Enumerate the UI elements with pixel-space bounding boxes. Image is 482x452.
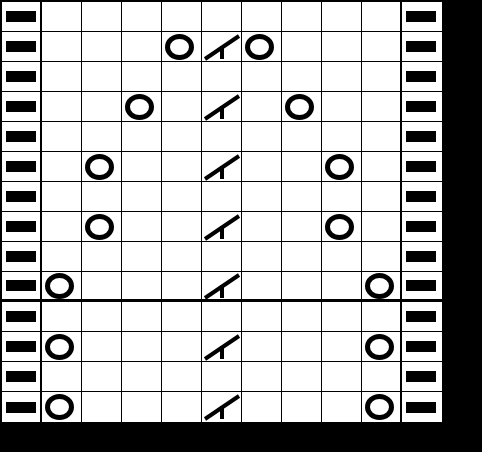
yarn-over-symbol — [85, 214, 114, 240]
chart-cell-r10c4 — [122, 272, 162, 302]
bar-symbol — [6, 101, 36, 112]
double-decrease-symbol — [203, 272, 241, 300]
bar-symbol — [406, 251, 436, 262]
yarn-over-symbol — [45, 394, 74, 420]
yarn-over-symbol — [165, 34, 194, 60]
chart-cell-r3c9 — [322, 62, 362, 92]
chart-cell-r11c3 — [82, 302, 122, 332]
chart-cell-r12c1 — [2, 332, 42, 362]
chart-cell-r2c3 — [82, 32, 122, 62]
bar-symbol — [6, 11, 36, 22]
chart-cell-r14c8 — [282, 392, 322, 422]
chart-cell-r11c11 — [402, 302, 442, 332]
chart-cell-r14c11 — [402, 392, 442, 422]
chart-cell-r10c10 — [362, 272, 402, 302]
chart-cell-r7c5 — [162, 182, 202, 212]
chart-cell-r8c11 — [402, 212, 442, 242]
chart-cell-r5c4 — [122, 122, 162, 152]
chart-cell-r11c9 — [322, 302, 362, 332]
chart-cell-r14c5 — [162, 392, 202, 422]
double-decrease-symbol — [203, 213, 241, 241]
chart-cell-r8c7 — [242, 212, 282, 242]
chart-cell-r11c5 — [162, 302, 202, 332]
chart-cell-r9c11 — [402, 242, 442, 272]
chart-cell-r2c5 — [162, 32, 202, 62]
chart-grid — [0, 0, 444, 424]
chart-cell-r9c10 — [362, 242, 402, 272]
double-decrease-symbol — [203, 33, 241, 61]
chart-cell-r2c9 — [322, 32, 362, 62]
chart-cell-r8c10 — [362, 212, 402, 242]
chart-cell-r3c11 — [402, 62, 442, 92]
yarn-over-symbol — [285, 94, 314, 120]
yarn-over-symbol — [85, 154, 114, 180]
chart-cell-r2c1 — [2, 32, 42, 62]
chart-cell-r4c2 — [42, 92, 82, 122]
chart-cell-r5c3 — [82, 122, 122, 152]
bar-symbol — [406, 131, 436, 142]
bar-symbol — [406, 101, 436, 112]
bar-symbol — [406, 41, 436, 52]
chart-cell-r7c3 — [82, 182, 122, 212]
chart-cell-r13c6 — [202, 362, 242, 392]
bar-symbol — [6, 341, 36, 352]
chart-cell-r10c8 — [282, 272, 322, 302]
bar-symbol — [6, 221, 36, 232]
chart-cell-r9c4 — [122, 242, 162, 272]
chart-cell-r5c11 — [402, 122, 442, 152]
chart-cell-r8c3 — [82, 212, 122, 242]
chart-cell-r13c1 — [2, 362, 42, 392]
chart-cell-r7c7 — [242, 182, 282, 212]
chart-cell-r11c1 — [2, 302, 42, 332]
knitting-chart-canvas — [0, 0, 482, 452]
chart-cell-r10c11 — [402, 272, 442, 302]
chart-cell-r7c6 — [202, 182, 242, 212]
chart-cell-r10c1 — [2, 272, 42, 302]
double-decrease-symbol — [203, 333, 241, 361]
chart-cell-r2c4 — [122, 32, 162, 62]
chart-cell-r7c9 — [322, 182, 362, 212]
chart-cell-r7c1 — [2, 182, 42, 212]
chart-cell-r11c2 — [42, 302, 82, 332]
chart-cell-r9c3 — [82, 242, 122, 272]
chart-cell-r5c8 — [282, 122, 322, 152]
bar-symbol — [6, 280, 36, 291]
chart-cell-r13c9 — [322, 362, 362, 392]
double-decrease-symbol — [203, 393, 241, 421]
chart-cell-r13c8 — [282, 362, 322, 392]
chart-cell-r11c6 — [202, 302, 242, 332]
chart-cell-r10c5 — [162, 272, 202, 302]
chart-cell-r2c7 — [242, 32, 282, 62]
chart-cell-r13c4 — [122, 362, 162, 392]
chart-cell-r14c4 — [122, 392, 162, 422]
chart-cell-r4c1 — [2, 92, 42, 122]
bar-symbol — [6, 131, 36, 142]
chart-cell-r6c3 — [82, 152, 122, 182]
bar-symbol — [6, 371, 36, 382]
chart-cell-r14c6 — [202, 392, 242, 422]
chart-cell-r12c4 — [122, 332, 162, 362]
chart-cell-r7c10 — [362, 182, 402, 212]
chart-cell-r1c8 — [282, 2, 322, 32]
chart-cell-r2c10 — [362, 32, 402, 62]
chart-cell-r3c6 — [202, 62, 242, 92]
double-decrease-symbol — [203, 153, 241, 181]
chart-cell-r4c6 — [202, 92, 242, 122]
bar-symbol — [406, 191, 436, 202]
chart-cell-r6c7 — [242, 152, 282, 182]
bar-symbol — [406, 311, 436, 322]
chart-cell-r9c5 — [162, 242, 202, 272]
chart-cell-r8c8 — [282, 212, 322, 242]
chart-cell-r5c10 — [362, 122, 402, 152]
chart-cell-r4c5 — [162, 92, 202, 122]
chart-cell-r9c8 — [282, 242, 322, 272]
chart-cell-r5c6 — [202, 122, 242, 152]
chart-cell-r6c4 — [122, 152, 162, 182]
chart-cell-r5c5 — [162, 122, 202, 152]
chart-cell-r4c8 — [282, 92, 322, 122]
chart-cell-r7c8 — [282, 182, 322, 212]
chart-cell-r13c2 — [42, 362, 82, 392]
chart-cell-r9c1 — [2, 242, 42, 272]
yarn-over-symbol — [45, 273, 74, 299]
chart-cell-r3c10 — [362, 62, 402, 92]
chart-cell-r11c10 — [362, 302, 402, 332]
chart-cell-r14c3 — [82, 392, 122, 422]
bar-symbol — [406, 280, 436, 291]
chart-cell-r10c2 — [42, 272, 82, 302]
chart-cell-r4c10 — [362, 92, 402, 122]
yarn-over-symbol — [365, 273, 394, 299]
chart-cell-r2c2 — [42, 32, 82, 62]
yarn-over-symbol — [45, 334, 74, 360]
chart-cell-r9c6 — [202, 242, 242, 272]
chart-cell-r8c2 — [42, 212, 82, 242]
chart-cell-r12c3 — [82, 332, 122, 362]
chart-cell-r10c9 — [322, 272, 362, 302]
chart-cell-r8c6 — [202, 212, 242, 242]
chart-cell-r6c9 — [322, 152, 362, 182]
chart-cell-r4c4 — [122, 92, 162, 122]
bar-symbol — [406, 221, 436, 232]
chart-cell-r14c9 — [322, 392, 362, 422]
bar-symbol — [6, 41, 36, 52]
chart-cell-r3c4 — [122, 62, 162, 92]
chart-cell-r8c1 — [2, 212, 42, 242]
chart-cell-r12c5 — [162, 332, 202, 362]
yarn-over-symbol — [245, 34, 274, 60]
yarn-over-symbol — [125, 94, 154, 120]
chart-cell-r4c7 — [242, 92, 282, 122]
chart-cell-r1c5 — [162, 2, 202, 32]
bar-symbol — [6, 71, 36, 82]
chart-cell-r2c6 — [202, 32, 242, 62]
bar-symbol — [406, 371, 436, 382]
bar-symbol — [406, 341, 436, 352]
chart-cell-r1c6 — [202, 2, 242, 32]
chart-cell-r12c7 — [242, 332, 282, 362]
chart-cell-r7c11 — [402, 182, 442, 212]
chart-cell-r13c11 — [402, 362, 442, 392]
chart-cell-r4c9 — [322, 92, 362, 122]
yarn-over-symbol — [365, 334, 394, 360]
chart-cell-r5c9 — [322, 122, 362, 152]
chart-cell-r9c9 — [322, 242, 362, 272]
bar-symbol — [406, 402, 436, 413]
chart-cell-r12c2 — [42, 332, 82, 362]
chart-cell-r7c2 — [42, 182, 82, 212]
chart-cell-r8c4 — [122, 212, 162, 242]
chart-cell-r12c11 — [402, 332, 442, 362]
chart-cell-r11c4 — [122, 302, 162, 332]
chart-cell-r6c11 — [402, 152, 442, 182]
yarn-over-symbol — [325, 154, 354, 180]
chart-cell-r12c9 — [322, 332, 362, 362]
chart-cell-r1c7 — [242, 2, 282, 32]
chart-cell-r13c5 — [162, 362, 202, 392]
chart-cell-r1c1 — [2, 2, 42, 32]
chart-cell-r3c7 — [242, 62, 282, 92]
chart-cell-r5c2 — [42, 122, 82, 152]
chart-cell-r8c9 — [322, 212, 362, 242]
chart-cell-r1c10 — [362, 2, 402, 32]
bar-symbol — [406, 11, 436, 22]
double-decrease-symbol — [203, 93, 241, 121]
chart-cell-r13c10 — [362, 362, 402, 392]
chart-cell-r3c2 — [42, 62, 82, 92]
chart-cell-r13c7 — [242, 362, 282, 392]
chart-cell-r6c1 — [2, 152, 42, 182]
chart-cell-r6c10 — [362, 152, 402, 182]
chart-cell-r3c5 — [162, 62, 202, 92]
chart-cell-r14c2 — [42, 392, 82, 422]
chart-cell-r12c6 — [202, 332, 242, 362]
bar-symbol — [6, 402, 36, 413]
chart-cell-r8c5 — [162, 212, 202, 242]
bar-symbol — [6, 251, 36, 262]
chart-cell-r4c11 — [402, 92, 442, 122]
bar-symbol — [406, 71, 436, 82]
chart-cell-r5c1 — [2, 122, 42, 152]
chart-cell-r10c6 — [202, 272, 242, 302]
chart-cell-r3c1 — [2, 62, 42, 92]
chart-cell-r6c2 — [42, 152, 82, 182]
chart-cell-r1c9 — [322, 2, 362, 32]
chart-cell-r10c7 — [242, 272, 282, 302]
chart-cell-r10c3 — [82, 272, 122, 302]
yarn-over-symbol — [325, 214, 354, 240]
chart-cell-r6c8 — [282, 152, 322, 182]
chart-cell-r7c4 — [122, 182, 162, 212]
chart-cell-r12c10 — [362, 332, 402, 362]
chart-cell-r13c3 — [82, 362, 122, 392]
chart-cell-r11c8 — [282, 302, 322, 332]
bar-symbol — [6, 161, 36, 172]
chart-cell-r4c3 — [82, 92, 122, 122]
chart-cell-r11c7 — [242, 302, 282, 332]
yarn-over-symbol — [365, 394, 394, 420]
chart-cell-r2c8 — [282, 32, 322, 62]
chart-cell-r1c4 — [122, 2, 162, 32]
chart-cell-r9c2 — [42, 242, 82, 272]
chart-cell-r14c10 — [362, 392, 402, 422]
chart-cell-r3c8 — [282, 62, 322, 92]
chart-cell-r2c11 — [402, 32, 442, 62]
chart-cell-r9c7 — [242, 242, 282, 272]
chart-cell-r1c3 — [82, 2, 122, 32]
chart-cell-r12c8 — [282, 332, 322, 362]
chart-cell-r5c7 — [242, 122, 282, 152]
bar-symbol — [406, 161, 436, 172]
chart-cell-r1c11 — [402, 2, 442, 32]
chart-cell-r3c3 — [82, 62, 122, 92]
bar-symbol — [6, 191, 36, 202]
chart-cell-r1c2 — [42, 2, 82, 32]
chart-cell-r14c1 — [2, 392, 42, 422]
chart-cell-r14c7 — [242, 392, 282, 422]
chart-cell-r6c5 — [162, 152, 202, 182]
bar-symbol — [6, 311, 36, 322]
chart-cell-r6c6 — [202, 152, 242, 182]
